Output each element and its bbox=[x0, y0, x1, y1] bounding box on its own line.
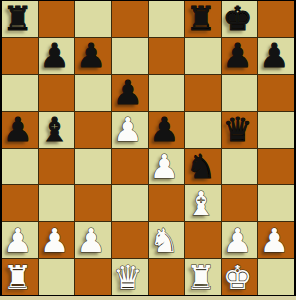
square-g2[interactable]: ♟ bbox=[222, 222, 258, 258]
chess-board: ♜♜♚♟♟♟♟♟♟♝♟♟♛♟♞♝♟♟♟♞♟♟♜♛♜♚ bbox=[2, 1, 294, 295]
square-c2[interactable]: ♟ bbox=[75, 222, 111, 258]
black-rook[interactable]: ♜ bbox=[186, 2, 216, 35]
chess-board-window: ♜♜♚♟♟♟♟♟♟♝♟♟♛♟♞♝♟♟♟♞♟♟♜♛♜♚ bbox=[0, 0, 296, 300]
square-b6[interactable] bbox=[39, 75, 75, 111]
square-d6[interactable]: ♟ bbox=[112, 75, 148, 111]
square-e3[interactable] bbox=[149, 185, 185, 221]
white-rook[interactable]: ♜ bbox=[3, 261, 33, 294]
square-c5[interactable] bbox=[75, 112, 111, 148]
black-queen[interactable]: ♛ bbox=[223, 113, 253, 146]
white-pawn[interactable]: ♟ bbox=[259, 224, 289, 257]
square-d5[interactable]: ♟ bbox=[112, 112, 148, 148]
black-king[interactable]: ♚ bbox=[223, 2, 253, 35]
square-a3[interactable] bbox=[2, 185, 38, 221]
square-h4[interactable] bbox=[258, 149, 294, 185]
black-pawn[interactable]: ♟ bbox=[259, 39, 289, 72]
square-f7[interactable] bbox=[185, 38, 221, 74]
square-e8[interactable] bbox=[149, 1, 185, 37]
white-king[interactable]: ♚ bbox=[223, 261, 253, 294]
square-b3[interactable] bbox=[39, 185, 75, 221]
square-h8[interactable] bbox=[258, 1, 294, 37]
square-g6[interactable] bbox=[222, 75, 258, 111]
black-rook[interactable]: ♜ bbox=[3, 2, 33, 35]
square-f5[interactable] bbox=[185, 112, 221, 148]
square-a7[interactable] bbox=[2, 38, 38, 74]
square-c6[interactable] bbox=[75, 75, 111, 111]
square-g8[interactable]: ♚ bbox=[222, 1, 258, 37]
black-pawn[interactable]: ♟ bbox=[113, 76, 143, 109]
square-b8[interactable] bbox=[39, 1, 75, 37]
square-b4[interactable] bbox=[39, 149, 75, 185]
square-e7[interactable] bbox=[149, 38, 185, 74]
square-h6[interactable] bbox=[258, 75, 294, 111]
black-pawn[interactable]: ♟ bbox=[150, 113, 180, 146]
white-bishop[interactable]: ♝ bbox=[186, 187, 216, 220]
square-g3[interactable] bbox=[222, 185, 258, 221]
square-d8[interactable] bbox=[112, 1, 148, 37]
square-c1[interactable] bbox=[75, 259, 111, 295]
white-knight[interactable]: ♞ bbox=[150, 224, 180, 257]
square-h1[interactable] bbox=[258, 259, 294, 295]
square-h3[interactable] bbox=[258, 185, 294, 221]
black-pawn[interactable]: ♟ bbox=[3, 113, 33, 146]
square-h7[interactable]: ♟ bbox=[258, 38, 294, 74]
square-b5[interactable]: ♝ bbox=[39, 112, 75, 148]
square-d1[interactable]: ♛ bbox=[112, 259, 148, 295]
square-g1[interactable]: ♚ bbox=[222, 259, 258, 295]
square-g4[interactable] bbox=[222, 149, 258, 185]
square-d3[interactable] bbox=[112, 185, 148, 221]
square-h5[interactable] bbox=[258, 112, 294, 148]
square-b2[interactable]: ♟ bbox=[39, 222, 75, 258]
square-h2[interactable]: ♟ bbox=[258, 222, 294, 258]
white-pawn[interactable]: ♟ bbox=[40, 224, 70, 257]
square-b7[interactable]: ♟ bbox=[39, 38, 75, 74]
white-pawn[interactable]: ♟ bbox=[3, 224, 33, 257]
square-e2[interactable]: ♞ bbox=[149, 222, 185, 258]
white-pawn[interactable]: ♟ bbox=[150, 150, 180, 183]
square-d2[interactable] bbox=[112, 222, 148, 258]
square-f2[interactable] bbox=[185, 222, 221, 258]
square-e5[interactable]: ♟ bbox=[149, 112, 185, 148]
white-pawn[interactable]: ♟ bbox=[113, 113, 143, 146]
square-b1[interactable] bbox=[39, 259, 75, 295]
square-f8[interactable]: ♜ bbox=[185, 1, 221, 37]
square-a6[interactable] bbox=[2, 75, 38, 111]
square-f1[interactable]: ♜ bbox=[185, 259, 221, 295]
square-e1[interactable] bbox=[149, 259, 185, 295]
square-c4[interactable] bbox=[75, 149, 111, 185]
black-bishop[interactable]: ♝ bbox=[40, 113, 70, 146]
square-d4[interactable] bbox=[112, 149, 148, 185]
square-g5[interactable]: ♛ bbox=[222, 112, 258, 148]
square-a5[interactable]: ♟ bbox=[2, 112, 38, 148]
black-pawn[interactable]: ♟ bbox=[223, 39, 253, 72]
white-pawn[interactable]: ♟ bbox=[76, 224, 106, 257]
white-pawn[interactable]: ♟ bbox=[223, 224, 253, 257]
square-c7[interactable]: ♟ bbox=[75, 38, 111, 74]
square-a2[interactable]: ♟ bbox=[2, 222, 38, 258]
square-a8[interactable]: ♜ bbox=[2, 1, 38, 37]
square-a1[interactable]: ♜ bbox=[2, 259, 38, 295]
square-e6[interactable] bbox=[149, 75, 185, 111]
square-a4[interactable] bbox=[2, 149, 38, 185]
square-g7[interactable]: ♟ bbox=[222, 38, 258, 74]
square-e4[interactable]: ♟ bbox=[149, 149, 185, 185]
square-f6[interactable] bbox=[185, 75, 221, 111]
white-rook[interactable]: ♜ bbox=[186, 261, 216, 294]
square-d7[interactable] bbox=[112, 38, 148, 74]
black-pawn[interactable]: ♟ bbox=[40, 39, 70, 72]
square-f3[interactable]: ♝ bbox=[185, 185, 221, 221]
square-f4[interactable]: ♞ bbox=[185, 149, 221, 185]
black-pawn[interactable]: ♟ bbox=[76, 39, 106, 72]
black-knight[interactable]: ♞ bbox=[186, 150, 216, 183]
square-c3[interactable] bbox=[75, 185, 111, 221]
white-queen[interactable]: ♛ bbox=[113, 261, 143, 294]
square-c8[interactable] bbox=[75, 1, 111, 37]
board-bottom-edge bbox=[0, 296, 296, 300]
